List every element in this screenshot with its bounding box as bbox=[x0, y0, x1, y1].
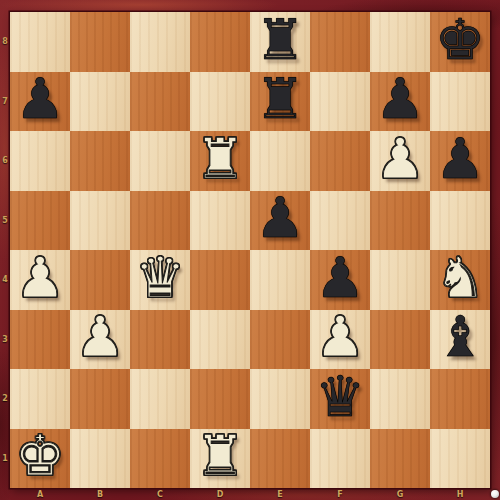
square-a4[interactable]: ♟ bbox=[10, 250, 70, 310]
rank-label-4: 4 bbox=[0, 250, 10, 310]
square-h7[interactable] bbox=[430, 72, 490, 132]
square-g8[interactable] bbox=[370, 12, 430, 72]
square-g5[interactable] bbox=[370, 191, 430, 251]
file-label-h: H bbox=[430, 488, 490, 500]
rank-label-7: 7 bbox=[0, 72, 10, 132]
rank-label-5: 5 bbox=[0, 191, 10, 251]
square-g2[interactable] bbox=[370, 369, 430, 429]
square-a2[interactable] bbox=[10, 369, 70, 429]
white-pawn-g6[interactable]: ♟ bbox=[375, 131, 425, 187]
square-e2[interactable] bbox=[250, 369, 310, 429]
white-queen-c4[interactable]: ♛ bbox=[135, 250, 185, 306]
rank-label-6: 6 bbox=[0, 131, 10, 191]
square-h2[interactable] bbox=[430, 369, 490, 429]
square-b4[interactable] bbox=[70, 250, 130, 310]
square-a8[interactable] bbox=[10, 12, 70, 72]
square-e1[interactable] bbox=[250, 429, 310, 489]
square-f5[interactable] bbox=[310, 191, 370, 251]
square-e7[interactable]: ♜ bbox=[250, 72, 310, 132]
black-pawn-g7[interactable]: ♟ bbox=[375, 72, 425, 128]
square-d7[interactable] bbox=[190, 72, 250, 132]
square-g3[interactable] bbox=[370, 310, 430, 370]
square-c7[interactable] bbox=[130, 72, 190, 132]
file-label-a: A bbox=[10, 488, 70, 500]
square-b3[interactable]: ♟ bbox=[70, 310, 130, 370]
white-knight-h4[interactable]: ♞ bbox=[435, 250, 485, 306]
black-pawn-f4[interactable]: ♟ bbox=[315, 250, 365, 306]
file-label-g: G bbox=[370, 488, 430, 500]
rank-label-3: 3 bbox=[0, 310, 10, 370]
square-f4[interactable]: ♟ bbox=[310, 250, 370, 310]
white-king-a1[interactable]: ♚ bbox=[15, 429, 65, 485]
chess-board[interactable]: ♜♚♟♜♟♜♟♟♟♟♛♟♞♟♟♝♛♚♜ bbox=[10, 12, 490, 488]
square-d5[interactable] bbox=[190, 191, 250, 251]
white-rook-d1[interactable]: ♜ bbox=[195, 429, 245, 485]
square-g4[interactable] bbox=[370, 250, 430, 310]
square-d6[interactable]: ♜ bbox=[190, 131, 250, 191]
square-c5[interactable] bbox=[130, 191, 190, 251]
square-c2[interactable] bbox=[130, 369, 190, 429]
square-d4[interactable] bbox=[190, 250, 250, 310]
square-b1[interactable] bbox=[70, 429, 130, 489]
square-c6[interactable] bbox=[130, 131, 190, 191]
square-d8[interactable] bbox=[190, 12, 250, 72]
square-b2[interactable] bbox=[70, 369, 130, 429]
square-h1[interactable] bbox=[430, 429, 490, 489]
white-pawn-a4[interactable]: ♟ bbox=[15, 250, 65, 306]
file-label-f: F bbox=[310, 488, 370, 500]
square-d3[interactable] bbox=[190, 310, 250, 370]
rank-labels: 87654321 bbox=[0, 12, 10, 488]
square-f8[interactable] bbox=[310, 12, 370, 72]
square-a1[interactable]: ♚ bbox=[10, 429, 70, 489]
black-bishop-h3[interactable]: ♝ bbox=[435, 310, 485, 366]
square-e3[interactable] bbox=[250, 310, 310, 370]
square-a5[interactable] bbox=[10, 191, 70, 251]
square-f2[interactable]: ♛ bbox=[310, 369, 370, 429]
file-label-d: D bbox=[190, 488, 250, 500]
file-label-c: C bbox=[130, 488, 190, 500]
square-a7[interactable]: ♟ bbox=[10, 72, 70, 132]
square-h5[interactable] bbox=[430, 191, 490, 251]
black-pawn-a7[interactable]: ♟ bbox=[15, 72, 65, 128]
square-c4[interactable]: ♛ bbox=[130, 250, 190, 310]
square-f6[interactable] bbox=[310, 131, 370, 191]
white-pawn-f3[interactable]: ♟ bbox=[315, 310, 365, 366]
square-b5[interactable] bbox=[70, 191, 130, 251]
square-h4[interactable]: ♞ bbox=[430, 250, 490, 310]
black-rook-e8[interactable]: ♜ bbox=[255, 12, 305, 68]
square-h8[interactable]: ♚ bbox=[430, 12, 490, 72]
square-b6[interactable] bbox=[70, 131, 130, 191]
square-b7[interactable] bbox=[70, 72, 130, 132]
black-king-h8[interactable]: ♚ bbox=[435, 12, 485, 68]
square-h6[interactable]: ♟ bbox=[430, 131, 490, 191]
black-pawn-e5[interactable]: ♟ bbox=[255, 191, 305, 247]
square-a6[interactable] bbox=[10, 131, 70, 191]
white-rook-d6[interactable]: ♜ bbox=[195, 131, 245, 187]
square-a3[interactable] bbox=[10, 310, 70, 370]
square-h3[interactable]: ♝ bbox=[430, 310, 490, 370]
square-f3[interactable]: ♟ bbox=[310, 310, 370, 370]
square-g6[interactable]: ♟ bbox=[370, 131, 430, 191]
square-d2[interactable] bbox=[190, 369, 250, 429]
square-e6[interactable] bbox=[250, 131, 310, 191]
black-rook-e7[interactable]: ♜ bbox=[255, 72, 305, 128]
chess-board-frame: 87654321 ♜♚♟♜♟♜♟♟♟♟♛♟♞♟♟♝♛♚♜ ABCDEFGH bbox=[0, 0, 500, 500]
rank-label-8: 8 bbox=[0, 12, 10, 72]
rank-label-1: 1 bbox=[0, 429, 10, 489]
white-to-move-indicator-dot bbox=[491, 490, 499, 498]
square-d1[interactable]: ♜ bbox=[190, 429, 250, 489]
square-c1[interactable] bbox=[130, 429, 190, 489]
file-label-e: E bbox=[250, 488, 310, 500]
square-g1[interactable] bbox=[370, 429, 430, 489]
square-f1[interactable] bbox=[310, 429, 370, 489]
black-pawn-h6[interactable]: ♟ bbox=[435, 131, 485, 187]
square-e8[interactable]: ♜ bbox=[250, 12, 310, 72]
black-queen-f2[interactable]: ♛ bbox=[315, 369, 365, 425]
white-pawn-b3[interactable]: ♟ bbox=[75, 310, 125, 366]
file-labels: ABCDEFGH bbox=[10, 488, 490, 500]
square-e5[interactable]: ♟ bbox=[250, 191, 310, 251]
square-f7[interactable] bbox=[310, 72, 370, 132]
square-g7[interactable]: ♟ bbox=[370, 72, 430, 132]
square-c3[interactable] bbox=[130, 310, 190, 370]
square-b8[interactable] bbox=[70, 12, 130, 72]
rank-label-2: 2 bbox=[0, 369, 10, 429]
square-e4[interactable] bbox=[250, 250, 310, 310]
square-c8[interactable] bbox=[130, 12, 190, 72]
file-label-b: B bbox=[70, 488, 130, 500]
